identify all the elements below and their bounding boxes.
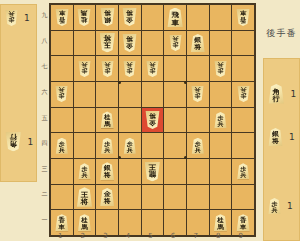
piece-kanji: 兵: [59, 88, 65, 94]
piece-kanji: 歩: [9, 17, 15, 23]
file-label-8: 8: [207, 232, 230, 241]
gote-piece-歩兵[interactable]: 歩兵: [55, 138, 68, 154]
piece-kanji: 龍: [149, 170, 157, 177]
sente-hand-tray: 歩兵1角行1: [0, 4, 37, 182]
board-cell-2-7[interactable]: 歩兵: [74, 56, 96, 81]
piece-kanji: 歩: [104, 68, 110, 74]
board-cell-2-9[interactable]: 桂馬: [74, 5, 96, 30]
board-cell-4-4[interactable]: 歩兵: [119, 133, 141, 158]
board-cell-3-7[interactable]: 歩兵: [96, 56, 118, 81]
board-cell-9-9[interactable]: 香車: [232, 5, 254, 30]
piece-kanji: 角: [10, 141, 18, 148]
file-label-3: 3: [94, 232, 117, 241]
board-cell-7-8[interactable]: 銀将: [187, 31, 209, 56]
piece-kanji: 兵: [195, 147, 201, 153]
board-cell-6-4[interactable]: [164, 133, 186, 158]
board-cell-7-5[interactable]: [187, 108, 209, 133]
piece-kanji: 金: [126, 17, 133, 23]
gote-piece-金将[interactable]: 金将: [100, 188, 115, 206]
sente-piece-龍王-promoted[interactable]: 龍王: [144, 162, 161, 182]
board-cell-2-5[interactable]: [74, 108, 96, 133]
board-cell-4-9[interactable]: 金将: [119, 5, 141, 30]
board-cell-9-3[interactable]: 歩兵: [232, 159, 254, 184]
hand-count: 1: [291, 89, 297, 99]
board-cell-5-6[interactable]: [142, 82, 164, 107]
board-cell-9-4[interactable]: [232, 133, 254, 158]
board-cell-9-2[interactable]: [232, 185, 254, 210]
file-label-7: 7: [184, 232, 207, 241]
piece-kanji: 馬: [217, 224, 224, 230]
sente-piece-玉将[interactable]: 玉将: [99, 33, 116, 53]
piece-kanji: 兵: [217, 62, 223, 68]
file-label-5: 5: [139, 232, 162, 241]
piece-kanji: 金: [149, 119, 156, 125]
board-cell-7-2[interactable]: [187, 185, 209, 210]
piece-kanji: 兵: [81, 62, 87, 68]
gote-piece-歩兵[interactable]: 歩兵: [78, 163, 91, 179]
sente-piece-歩兵[interactable]: 歩兵: [101, 61, 114, 77]
gote-hand-tray: 角行1銀将1歩兵1: [263, 58, 300, 241]
sente-piece-歩兵[interactable]: 歩兵: [237, 86, 250, 102]
board-cell-3-2[interactable]: 金将: [96, 185, 118, 210]
piece-kanji: 将: [104, 198, 111, 204]
board-cell-3-3[interactable]: 銀将: [96, 159, 118, 184]
turn-indicator: 後手番: [263, 27, 300, 40]
board-cell-8-9[interactable]: [210, 5, 232, 30]
hoshi-dot: [118, 81, 121, 84]
board-cell-7-4[interactable]: 歩兵: [187, 133, 209, 158]
board-cell-9-6[interactable]: 歩兵: [232, 82, 254, 107]
file-label-6: 6: [162, 232, 185, 241]
file-labels: 123456789: [49, 232, 252, 241]
board-cell-8-6[interactable]: [210, 82, 232, 107]
board-cell-1-6[interactable]: 歩兵: [51, 82, 73, 107]
sente-piece-歩兵[interactable]: 歩兵: [78, 61, 91, 77]
sente-piece-香車[interactable]: 香車: [236, 9, 250, 26]
piece-kanji: 兵: [9, 11, 15, 17]
shogi-board: 香車桂馬銀将金将飛車香車玉将金将歩兵銀将歩兵歩兵歩兵歩兵歩兵歩兵歩兵歩兵桂馬金将…: [49, 3, 256, 237]
gote-piece-桂馬[interactable]: 桂馬: [77, 214, 91, 231]
piece-kanji: 車: [59, 10, 66, 16]
piece-kanji: 将: [272, 138, 279, 144]
piece-kanji: 歩: [195, 94, 201, 100]
board-cell-5-7[interactable]: 歩兵: [142, 56, 164, 81]
piece-kanji: 車: [171, 19, 179, 26]
gote-piece-桂馬[interactable]: 桂馬: [213, 214, 227, 231]
board-cell-5-8[interactable]: [142, 31, 164, 56]
sente-piece-歩兵[interactable]: 歩兵: [191, 86, 204, 102]
rank-label-七: 七: [40, 54, 49, 80]
piece-kanji: 兵: [240, 173, 246, 179]
board-cell-8-2[interactable]: [210, 185, 232, 210]
board-cell-4-6[interactable]: [119, 82, 141, 107]
piece-kanji: 兵: [172, 36, 178, 42]
gote-piece-銀将[interactable]: 銀将: [268, 128, 283, 146]
board-cell-3-8[interactable]: 玉将: [96, 31, 118, 56]
piece-kanji: 玉: [103, 42, 111, 49]
piece-kanji: 車: [59, 224, 66, 230]
board-cell-2-8[interactable]: [74, 31, 96, 56]
board-cell-6-6[interactable]: [164, 82, 186, 107]
sente-piece-歩兵[interactable]: 歩兵: [123, 61, 136, 77]
sente-piece-金将[interactable]: 金将: [145, 111, 160, 129]
board-cell-6-2[interactable]: [164, 185, 186, 210]
piece-kanji: 馬: [104, 121, 111, 127]
rank-label-五: 五: [40, 105, 49, 131]
sente-piece-金将[interactable]: 金将: [122, 8, 137, 26]
file-label-4: 4: [117, 232, 140, 241]
board-cell-4-2[interactable]: [119, 185, 141, 210]
piece-kanji: 将: [149, 112, 156, 118]
piece-kanji: 兵: [195, 88, 201, 94]
board-cell-9-5[interactable]: [232, 108, 254, 133]
file-label-1: 1: [49, 232, 72, 241]
rank-label-六: 六: [40, 80, 49, 106]
piece-kanji: 馬: [81, 10, 88, 16]
sente-piece-歩兵[interactable]: 歩兵: [5, 10, 18, 26]
board-cell-4-3[interactable]: [119, 159, 141, 184]
piece-kanji: 将: [194, 44, 201, 50]
piece-kanji: 行: [273, 95, 281, 102]
gote-piece-角行[interactable]: 角行: [268, 84, 285, 104]
file-label-2: 2: [72, 232, 95, 241]
piece-kanji: 将: [103, 35, 111, 42]
board-cell-3-9[interactable]: 銀将: [96, 5, 118, 30]
gote-hand-歩兵[interactable]: 歩兵1: [268, 198, 293, 214]
board-cell-6-8[interactable]: 歩兵: [164, 31, 186, 56]
rank-label-四: 四: [40, 131, 49, 157]
board-cell-5-2[interactable]: [142, 185, 164, 210]
piece-kanji: 将: [81, 199, 89, 206]
board-cell-1-9[interactable]: 香車: [51, 5, 73, 30]
board-cell-7-9[interactable]: [187, 5, 209, 30]
gote-hand-銀将[interactable]: 銀将1: [268, 128, 295, 146]
piece-kanji: 金: [126, 42, 133, 48]
gote-piece-桂馬[interactable]: 桂馬: [100, 111, 114, 128]
board-cell-5-9[interactable]: [142, 5, 164, 30]
board-cell-3-4[interactable]: 歩兵: [96, 133, 118, 158]
piece-kanji: 香: [240, 17, 247, 23]
piece-kanji: 香: [59, 17, 66, 23]
piece-kanji: 兵: [127, 62, 133, 68]
board-cell-7-3[interactable]: [187, 159, 209, 184]
piece-kanji: 車: [240, 10, 247, 16]
board-cell-9-8[interactable]: [232, 31, 254, 56]
piece-kanji: 銀: [104, 17, 111, 23]
rank-label-三: 三: [40, 156, 49, 182]
board-cell-7-6[interactable]: 歩兵: [187, 82, 209, 107]
board-cell-1-7[interactable]: [51, 56, 73, 81]
hand-count: 1: [289, 132, 295, 142]
gote-piece-歩兵[interactable]: 歩兵: [214, 112, 227, 128]
board-cell-5-5[interactable]: 金将: [142, 108, 164, 133]
piece-kanji: 兵: [59, 147, 65, 153]
gote-piece-歩兵[interactable]: 歩兵: [237, 163, 250, 179]
board-cell-4-7[interactable]: 歩兵: [119, 56, 141, 81]
gote-piece-歩兵[interactable]: 歩兵: [101, 138, 114, 154]
hand-count: 1: [24, 13, 30, 23]
board-cell-8-4[interactable]: [210, 133, 232, 158]
board-cell-1-8[interactable]: [51, 31, 73, 56]
sente-piece-歩兵[interactable]: 歩兵: [214, 61, 227, 77]
sente-piece-歩兵[interactable]: 歩兵: [146, 61, 159, 77]
piece-kanji: 兵: [127, 147, 133, 153]
rank-label-八: 八: [40, 29, 49, 55]
board-cell-6-7[interactable]: [164, 56, 186, 81]
board-cell-1-4[interactable]: 歩兵: [51, 133, 73, 158]
board-cell-8-8[interactable]: [210, 31, 232, 56]
rank-labels: 九八七六五四三二一: [40, 3, 49, 233]
board-cell-2-6[interactable]: [74, 82, 96, 107]
gote-hand-角行[interactable]: 角行1: [268, 84, 296, 104]
piece-kanji: 将: [126, 10, 133, 16]
board-cell-6-3[interactable]: [164, 159, 186, 184]
piece-kanji: 歩: [240, 94, 246, 100]
piece-kanji: 飛: [171, 11, 179, 18]
piece-kanji: 兵: [272, 207, 278, 213]
board-cell-2-3[interactable]: 歩兵: [74, 159, 96, 184]
piece-kanji: 行: [10, 133, 18, 140]
board-cell-1-3[interactable]: [51, 159, 73, 184]
file-label-9: 9: [230, 232, 253, 241]
piece-kanji: 歩: [217, 68, 223, 74]
board-cell-4-8[interactable]: 金将: [119, 31, 141, 56]
piece-kanji: 兵: [104, 147, 110, 153]
board-cell-2-4[interactable]: [74, 133, 96, 158]
rank-label-九: 九: [40, 3, 49, 29]
sente-piece-桂馬[interactable]: 桂馬: [77, 9, 91, 26]
piece-kanji: 歩: [59, 94, 65, 100]
rank-label-一: 一: [40, 208, 49, 234]
piece-kanji: 兵: [217, 121, 223, 127]
board-cell-3-6[interactable]: [96, 82, 118, 107]
board-cell-8-5[interactable]: 歩兵: [210, 108, 232, 133]
piece-kanji: 将: [126, 35, 133, 41]
sente-piece-香車[interactable]: 香車: [55, 9, 69, 26]
shogi-app: 歩兵1角行1 後手番 角行1銀将1歩兵1 九八七六五四三二一 香車桂馬銀将金将飛…: [0, 0, 300, 241]
piece-kanji: 将: [104, 10, 111, 16]
rank-label-二: 二: [40, 182, 49, 208]
piece-kanji: 歩: [81, 68, 87, 74]
board-cell-5-3[interactable]: 龍王: [142, 159, 164, 184]
piece-kanji: 歩: [149, 68, 155, 74]
hand-count: 1: [287, 201, 293, 211]
piece-kanji: 兵: [240, 88, 246, 94]
board-cell-9-7[interactable]: [232, 56, 254, 81]
gote-piece-王将[interactable]: 王将: [76, 187, 93, 207]
sente-hand-角行[interactable]: 角行1: [5, 132, 33, 152]
board-cell-5-4[interactable]: [142, 133, 164, 158]
piece-kanji: 兵: [149, 62, 155, 68]
sente-piece-金将[interactable]: 金将: [122, 34, 137, 52]
piece-kanji: 桂: [81, 17, 88, 23]
gote-piece-歩兵[interactable]: 歩兵: [123, 138, 136, 154]
gote-piece-香車[interactable]: 香車: [55, 214, 69, 231]
board-cell-6-9[interactable]: 飛車: [164, 5, 186, 30]
piece-kanji: 歩: [172, 42, 178, 48]
board-cell-1-5[interactable]: [51, 108, 73, 133]
sente-piece-角行[interactable]: 角行: [5, 132, 22, 152]
board-cell-2-2[interactable]: 王将: [74, 185, 96, 210]
gote-piece-飛車[interactable]: 飛車: [167, 8, 184, 28]
board-cell-4-5[interactable]: [119, 108, 141, 133]
sente-piece-歩兵[interactable]: 歩兵: [55, 86, 68, 102]
board-cell-6-5[interactable]: [164, 108, 186, 133]
gote-piece-歩兵[interactable]: 歩兵: [191, 138, 204, 154]
gote-piece-銀将[interactable]: 銀将: [190, 34, 205, 52]
gote-piece-歩兵[interactable]: 歩兵: [268, 198, 281, 214]
sente-hand-歩兵[interactable]: 歩兵1: [5, 10, 30, 26]
gote-piece-銀将[interactable]: 銀将: [100, 162, 115, 180]
board-cell-8-3[interactable]: [210, 159, 232, 184]
sente-piece-歩兵[interactable]: 歩兵: [169, 35, 182, 51]
piece-kanji: 将: [104, 173, 111, 179]
piece-kanji: 兵: [104, 62, 110, 68]
piece-kanji: 王: [149, 163, 157, 170]
board-cell-1-2[interactable]: [51, 185, 73, 210]
hand-count: 1: [28, 137, 34, 147]
piece-kanji: 馬: [81, 224, 88, 230]
piece-kanji: 兵: [81, 173, 87, 179]
sente-piece-銀将[interactable]: 銀将: [100, 8, 115, 26]
board-cell-7-7[interactable]: [187, 56, 209, 81]
piece-kanji: 歩: [127, 68, 133, 74]
gote-piece-香車[interactable]: 香車: [236, 214, 250, 231]
board-cell-8-7[interactable]: 歩兵: [210, 56, 232, 81]
board-cell-3-5[interactable]: 桂馬: [96, 108, 118, 133]
piece-kanji: 車: [240, 224, 247, 230]
